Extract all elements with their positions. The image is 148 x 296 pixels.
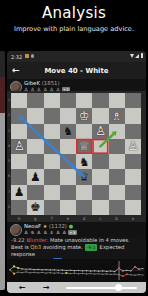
status-time: 2:32 (11, 54, 22, 60)
square-h7[interactable]: ♟ (11, 185, 27, 200)
square-f5[interactable] (44, 154, 60, 169)
file-label-g: g (27, 216, 43, 221)
square-d3[interactable] (76, 124, 92, 139)
screenshot-stage: Analysis Improve with plain language adv… (0, 0, 148, 296)
eval-point (26, 269, 27, 270)
eval-point (82, 273, 83, 274)
eval-point (118, 274, 119, 275)
square-d1[interactable] (76, 93, 92, 108)
board-squares: ♔♗♞♙♙♕♙♞♟♛♟♚ (11, 93, 141, 215)
black-knight-e3[interactable]: ♞ (60, 124, 76, 139)
file-label-e: e (60, 216, 76, 221)
eval-point (138, 274, 139, 275)
white-pawn-a4[interactable]: ♙ (125, 139, 141, 154)
square-d6[interactable]: ♛ (76, 169, 92, 184)
black-king-g8[interactable]: ♚ (27, 200, 43, 215)
white-king-d2[interactable]: ♔ (76, 108, 92, 123)
square-c6[interactable] (92, 169, 108, 184)
eval-point (106, 273, 107, 274)
eval-point (34, 269, 35, 270)
eval-point (90, 273, 91, 274)
eval-point (106, 271, 107, 272)
black-queen-d6[interactable]: ♛ (76, 169, 92, 184)
square-e8[interactable] (60, 200, 76, 215)
eval-point (130, 270, 131, 271)
eval-point (102, 274, 103, 275)
square-e1[interactable] (60, 93, 76, 108)
wifi-icon (130, 54, 134, 58)
square-f8[interactable] (44, 200, 60, 215)
eval-point (142, 274, 143, 275)
eval-point (46, 272, 47, 273)
square-b8[interactable] (109, 200, 125, 215)
square-h1[interactable] (11, 93, 27, 108)
square-b3[interactable] (109, 124, 125, 139)
eval-badge: -9.1 (85, 244, 97, 251)
square-g8[interactable]: ♚ (27, 200, 43, 215)
eval-point (26, 271, 27, 272)
square-h5[interactable] (11, 154, 27, 169)
eval-point (38, 272, 39, 273)
eval-point (98, 273, 99, 274)
eval-point (118, 267, 120, 269)
move-title: Move 40 - White (7, 67, 146, 75)
eval-point (42, 272, 43, 273)
eval-point (130, 274, 131, 275)
eval-point (94, 270, 95, 271)
square-d5[interactable]: ♞ (76, 154, 92, 169)
square-g7[interactable] (27, 185, 43, 200)
square-d2[interactable]: ♔ (76, 108, 92, 123)
square-h4[interactable]: ♙ (11, 139, 27, 154)
page-title: Analysis (0, 4, 148, 22)
file-label-a: a (125, 216, 141, 221)
square-h2[interactable] (11, 108, 27, 123)
eval-point (134, 266, 136, 268)
analysis-text: -9.22 Blunder. Mate unavoidable in 4 mov… (7, 237, 146, 259)
avatar-bottom[interactable] (10, 224, 22, 236)
notification-icon (25, 54, 29, 58)
square-h3[interactable] (11, 124, 27, 139)
eval-point (17, 267, 19, 269)
square-a8[interactable] (125, 200, 141, 215)
eval-point (50, 269, 51, 270)
player-bottom-rating: (1132) (49, 223, 67, 229)
eval-point (58, 272, 59, 273)
analysis-token: Best is (11, 244, 30, 250)
file-label-c: c (92, 216, 108, 221)
material-badge-bottom: +3 (68, 230, 76, 235)
previous-move-button[interactable]: ← (19, 283, 26, 292)
square-b4[interactable] (109, 139, 125, 154)
square-f1[interactable] (44, 93, 60, 108)
eval-point (42, 269, 43, 270)
square-e6[interactable] (60, 169, 76, 184)
eval-point (122, 270, 123, 271)
eval-point (17, 272, 18, 273)
eval-point (70, 273, 71, 274)
eval-point (134, 275, 135, 276)
file-label-d: d (76, 216, 92, 221)
app-bar: ← Move 40 - White (7, 62, 146, 79)
next-move-button[interactable]: → (43, 283, 50, 292)
eval-point (38, 269, 39, 270)
eval-point (94, 274, 95, 275)
square-c3[interactable]: ♙ (92, 124, 108, 139)
eval-point (65, 272, 67, 274)
notification-icon-2 (31, 54, 35, 58)
analysis-line-1: -9.22 Blunder. Mate unavoidable in 4 mov… (11, 237, 146, 244)
eval-point (86, 273, 87, 274)
eval-point (21, 268, 22, 269)
square-f4[interactable] (44, 139, 60, 154)
eval-point (126, 273, 128, 275)
file-label-b: b (109, 216, 125, 221)
eval-point (126, 270, 127, 271)
square-a7[interactable] (125, 185, 141, 200)
square-b7[interactable] (109, 185, 125, 200)
eval-point (21, 272, 22, 273)
eval-point (62, 269, 63, 270)
black-pawn-h7[interactable]: ♟ (11, 185, 27, 200)
signal-icon (135, 54, 139, 58)
square-g4[interactable] (27, 139, 43, 154)
square-a1[interactable] (125, 93, 141, 108)
eval-point (78, 270, 79, 271)
captured-pieces-bottom: ♟ ♞ ♟ ♟ ♝ ♟ ♟ (24, 230, 67, 235)
white-pawn-c3[interactable]: ♙ (92, 124, 108, 139)
analysis-token: Mate unavoidable in 4 moves. (48, 237, 130, 243)
status-bar: 2:32 (7, 51, 146, 62)
eval-point (142, 268, 143, 269)
analysis-token: Blunder. (26, 237, 48, 243)
square-h8[interactable] (11, 200, 27, 215)
eval-point (46, 269, 47, 270)
eval-point (13, 273, 15, 275)
phone-screenshot: 2:32 ← Move 40 - White GibeK (1851) ♙ ♙ … (7, 51, 146, 293)
square-c7[interactable] (92, 185, 108, 200)
player-row-bottom: NeoaF ★ (1132) ● ♟ ♞ ♟ ♟ ♝ ♟ ♟+3 (7, 222, 146, 237)
eval-point (90, 270, 91, 271)
square-a2[interactable] (125, 108, 141, 123)
eval-point (54, 273, 55, 274)
eval-point (138, 269, 139, 270)
square-c2[interactable] (92, 108, 108, 123)
navigation-bar: ← → (7, 282, 146, 293)
trophy-icon: ★ (43, 223, 47, 229)
analysis-line-2: Best is Qb3 avoiding mate. -9.1 Expected… (11, 244, 146, 258)
eval-point (82, 270, 83, 271)
square-f3[interactable] (44, 124, 60, 139)
square-a3[interactable] (125, 124, 141, 139)
square-c4[interactable] (92, 139, 108, 154)
eval-point (30, 272, 31, 273)
chess-board: 12345678 ♔♗♞♙♙♕♙♞♟♛♟♚ hgfedcba (7, 91, 146, 222)
eval-point (70, 270, 71, 271)
move-slider-track[interactable] (66, 287, 137, 289)
black-knight-d5[interactable]: ♞ (76, 154, 92, 169)
white-bishop-b2[interactable]: ♗ (109, 108, 125, 123)
eval-point (74, 273, 75, 274)
square-b1[interactable] (109, 93, 125, 108)
eval-point (114, 274, 115, 275)
square-d7[interactable] (76, 185, 92, 200)
square-g6[interactable]: ♟ (27, 169, 43, 184)
eval-point (114, 271, 115, 272)
file-label-h: h (11, 216, 27, 221)
eval-point (58, 270, 59, 271)
square-c1[interactable] (92, 93, 108, 108)
square-e4[interactable] (60, 139, 76, 154)
eval-point (110, 274, 111, 275)
eval-point (78, 273, 79, 274)
square-d8[interactable] (76, 200, 92, 215)
analysis-token: -9.22 (11, 237, 26, 243)
white-queen-d4[interactable]: ♕ (76, 139, 92, 154)
square-f2[interactable] (44, 108, 60, 123)
square-a5[interactable] (125, 154, 141, 169)
battery-icon (141, 53, 144, 58)
file-labels: hgfedcba (11, 216, 141, 222)
eval-point (34, 272, 35, 273)
eval-point (9, 269, 10, 270)
square-d4[interactable]: ♕ (76, 139, 92, 154)
eval-point (86, 270, 87, 271)
square-g2[interactable] (27, 108, 43, 123)
eval-point (30, 268, 31, 269)
eval-point (110, 270, 111, 271)
online-dot-icon: ● (69, 223, 73, 229)
eval-point (98, 271, 99, 272)
square-g5[interactable] (27, 154, 43, 169)
square-e5[interactable] (60, 154, 76, 169)
eval-point (13, 265, 15, 267)
square-c5[interactable] (92, 154, 108, 169)
black-pawn-g6[interactable]: ♟ (27, 169, 43, 184)
file-label-f: f (44, 216, 60, 221)
player-top-rating: (1851) (42, 80, 60, 86)
player-bottom-name: NeoaF (24, 223, 41, 229)
square-h6[interactable] (11, 169, 27, 184)
eval-point (62, 273, 63, 274)
adjacent-screenshot-sliver (0, 51, 5, 290)
eval-point (66, 270, 67, 271)
player-top-name: GibeK (24, 80, 40, 86)
square-f6[interactable] (44, 169, 60, 184)
move-slider-thumb[interactable] (115, 284, 122, 291)
eval-point (50, 272, 51, 273)
square-g3[interactable] (27, 124, 43, 139)
square-g1[interactable] (27, 93, 43, 108)
square-c8[interactable] (92, 200, 108, 215)
square-f7[interactable] (44, 185, 60, 200)
evaluation-graph[interactable] (7, 259, 146, 282)
square-e3[interactable]: ♞ (60, 124, 76, 139)
square-b5[interactable] (109, 154, 125, 169)
eval-point (102, 270, 103, 271)
square-b2[interactable]: ♗ (109, 108, 125, 123)
analysis-token: avoiding mate. (41, 244, 84, 250)
square-e7[interactable] (60, 185, 76, 200)
eval-point (74, 270, 75, 271)
square-a6[interactable] (125, 169, 141, 184)
white-pawn-h4[interactable]: ♙ (11, 139, 27, 154)
square-b6[interactable] (109, 169, 125, 184)
page-subtitle: Improve with plain language advice. (0, 25, 148, 33)
eval-point (54, 269, 55, 270)
square-a4[interactable]: ♙ (125, 139, 141, 154)
analysis-token: Qb3 (30, 244, 41, 250)
square-e2[interactable] (60, 108, 76, 123)
eval-point (122, 275, 124, 277)
